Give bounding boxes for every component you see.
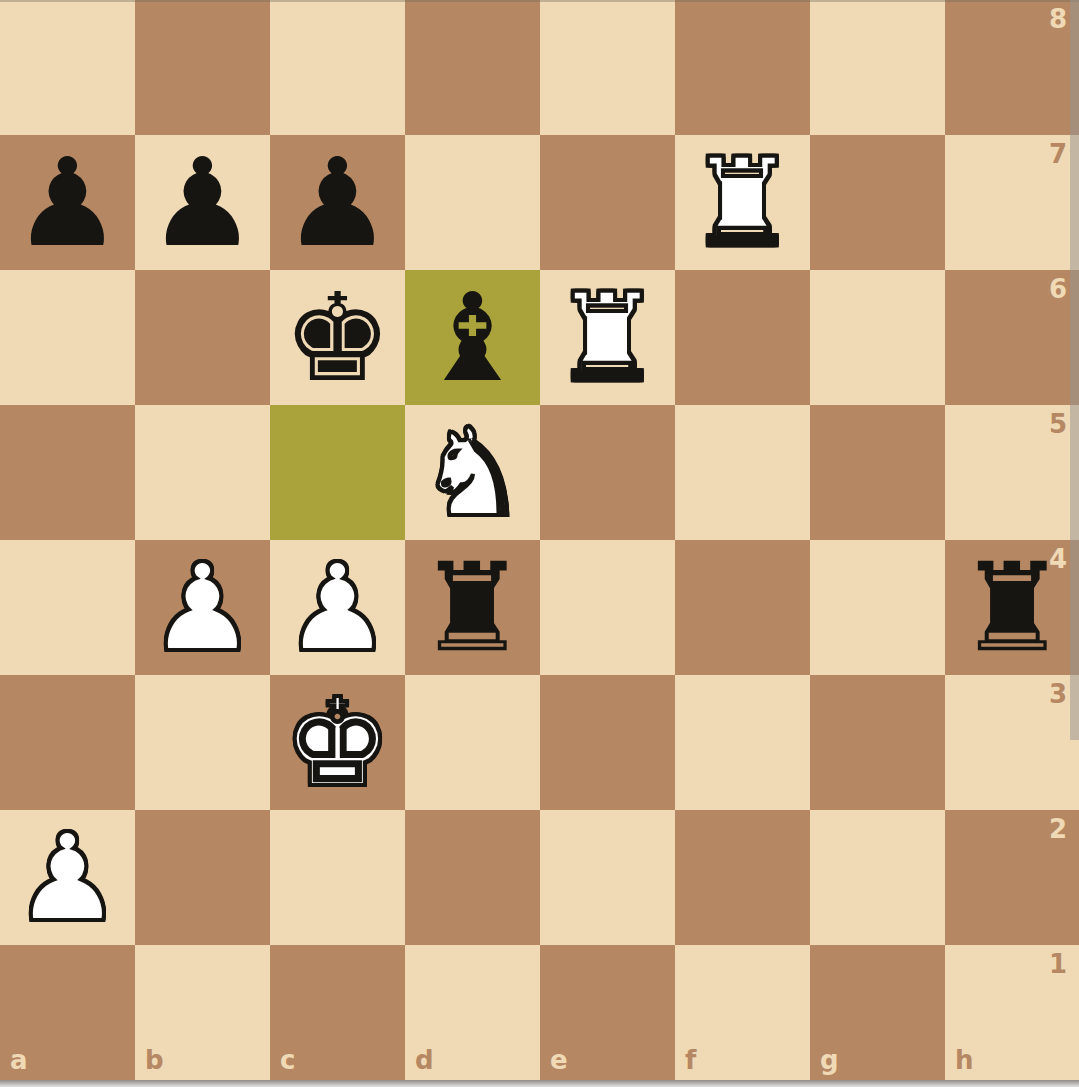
square-b8[interactable] xyxy=(135,0,270,135)
black-king-c6[interactable]: ♚ xyxy=(270,270,405,405)
square-h2[interactable]: 2 xyxy=(945,810,1079,945)
square-d8[interactable] xyxy=(405,0,540,135)
square-b6[interactable] xyxy=(135,270,270,405)
square-h6[interactable]: 6 xyxy=(945,270,1079,405)
square-d7[interactable] xyxy=(405,135,540,270)
square-e3[interactable] xyxy=(540,675,675,810)
rank-label-2: 2 xyxy=(1049,816,1067,842)
square-e1[interactable]: e xyxy=(540,945,675,1080)
square-g1[interactable]: g xyxy=(810,945,945,1080)
white-rook-f7[interactable]: ♜ xyxy=(675,135,810,270)
square-g4[interactable] xyxy=(810,540,945,675)
file-label-g: g xyxy=(820,1047,839,1073)
black-pawn-b7[interactable]: ♟ xyxy=(135,135,270,270)
square-f1[interactable]: f xyxy=(675,945,810,1080)
file-label-f: f xyxy=(685,1047,696,1073)
black-pawn-a7[interactable]: ♟ xyxy=(0,135,135,270)
file-label-a: a xyxy=(10,1047,28,1073)
square-h4[interactable]: 4♜ xyxy=(945,540,1079,675)
square-e5[interactable] xyxy=(540,405,675,540)
square-b2[interactable] xyxy=(135,810,270,945)
scrollbar-thumb[interactable] xyxy=(1070,0,1079,740)
file-label-h: h xyxy=(955,1047,974,1073)
square-f3[interactable] xyxy=(675,675,810,810)
square-d6[interactable]: ♝ xyxy=(405,270,540,405)
square-d4[interactable]: ♜ xyxy=(405,540,540,675)
square-g3[interactable] xyxy=(810,675,945,810)
square-g2[interactable] xyxy=(810,810,945,945)
square-b5[interactable] xyxy=(135,405,270,540)
rank-label-3: 3 xyxy=(1049,681,1067,707)
square-a8[interactable] xyxy=(0,0,135,135)
square-f5[interactable] xyxy=(675,405,810,540)
white-pawn-b4[interactable]: ♟ xyxy=(135,540,270,675)
black-rook-d4[interactable]: ♜ xyxy=(405,540,540,675)
rank-label-7: 7 xyxy=(1049,141,1067,167)
square-e8[interactable] xyxy=(540,0,675,135)
file-label-c: c xyxy=(280,1047,295,1073)
square-a7[interactable]: ♟ xyxy=(0,135,135,270)
square-g8[interactable] xyxy=(810,0,945,135)
square-g5[interactable] xyxy=(810,405,945,540)
square-c1[interactable]: c xyxy=(270,945,405,1080)
square-a3[interactable] xyxy=(0,675,135,810)
rank-label-1: 1 xyxy=(1049,951,1067,977)
square-h3[interactable]: 3 xyxy=(945,675,1079,810)
file-label-b: b xyxy=(145,1047,164,1073)
square-d3[interactable] xyxy=(405,675,540,810)
chess-app-window: 8♟♟♟♜7♚♝♜6♞5♟♟♜4♜♚3♟2abcdefg1h xyxy=(0,0,1079,1087)
board-bottom-shadow xyxy=(0,1080,1079,1087)
square-f6[interactable] xyxy=(675,270,810,405)
white-knight-d5[interactable]: ♞ xyxy=(405,405,540,540)
square-b4[interactable]: ♟ xyxy=(135,540,270,675)
rank-label-5: 5 xyxy=(1049,411,1067,437)
square-c3[interactable]: ♚ xyxy=(270,675,405,810)
square-a4[interactable] xyxy=(0,540,135,675)
square-f4[interactable] xyxy=(675,540,810,675)
rank-label-8: 8 xyxy=(1049,6,1067,32)
square-c2[interactable] xyxy=(270,810,405,945)
square-h1[interactable]: 1h xyxy=(945,945,1079,1080)
square-c8[interactable] xyxy=(270,0,405,135)
white-pawn-a2[interactable]: ♟ xyxy=(0,810,135,945)
black-rook-h4[interactable]: ♜ xyxy=(945,540,1079,675)
black-bishop-d6[interactable]: ♝ xyxy=(405,270,540,405)
square-a2[interactable]: ♟ xyxy=(0,810,135,945)
square-e4[interactable] xyxy=(540,540,675,675)
chess-board: 8♟♟♟♜7♚♝♜6♞5♟♟♜4♜♚3♟2abcdefg1h xyxy=(0,0,1079,1080)
file-label-e: e xyxy=(550,1047,568,1073)
square-e7[interactable] xyxy=(540,135,675,270)
square-e6[interactable]: ♜ xyxy=(540,270,675,405)
square-f7[interactable]: ♜ xyxy=(675,135,810,270)
square-e2[interactable] xyxy=(540,810,675,945)
square-c4[interactable]: ♟ xyxy=(270,540,405,675)
square-a1[interactable]: a xyxy=(0,945,135,1080)
black-pawn-c7[interactable]: ♟ xyxy=(270,135,405,270)
square-a6[interactable] xyxy=(0,270,135,405)
square-d1[interactable]: d xyxy=(405,945,540,1080)
top-edge-shadow xyxy=(0,0,1079,2)
square-b1[interactable]: b xyxy=(135,945,270,1080)
square-c5[interactable] xyxy=(270,405,405,540)
square-g6[interactable] xyxy=(810,270,945,405)
rank-label-6: 6 xyxy=(1049,276,1067,302)
square-b7[interactable]: ♟ xyxy=(135,135,270,270)
square-c7[interactable]: ♟ xyxy=(270,135,405,270)
square-g7[interactable] xyxy=(810,135,945,270)
square-a5[interactable] xyxy=(0,405,135,540)
square-d5[interactable]: ♞ xyxy=(405,405,540,540)
square-d2[interactable] xyxy=(405,810,540,945)
file-label-d: d xyxy=(415,1047,434,1073)
square-f2[interactable] xyxy=(675,810,810,945)
square-c6[interactable]: ♚ xyxy=(270,270,405,405)
square-b3[interactable] xyxy=(135,675,270,810)
square-f8[interactable] xyxy=(675,0,810,135)
square-h8[interactable]: 8 xyxy=(945,0,1079,135)
square-h7[interactable]: 7 xyxy=(945,135,1079,270)
white-rook-e6[interactable]: ♜ xyxy=(540,270,675,405)
white-king-c3[interactable]: ♚ xyxy=(270,675,405,810)
square-h5[interactable]: 5 xyxy=(945,405,1079,540)
white-pawn-c4[interactable]: ♟ xyxy=(270,540,405,675)
